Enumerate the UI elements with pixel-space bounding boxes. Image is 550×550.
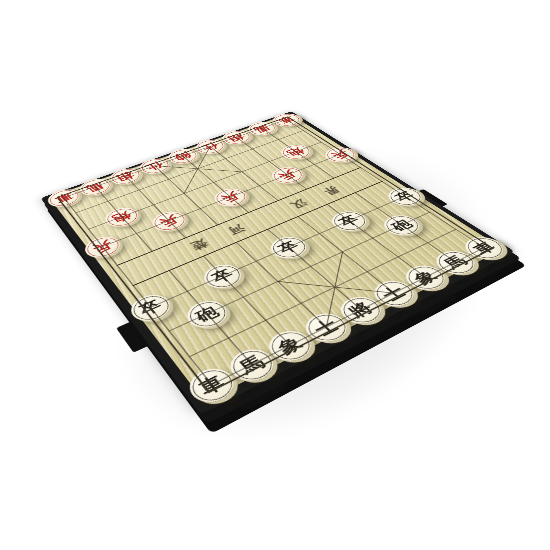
board-3d-wrapper: 楚河汉界 車馬相仕帥仕相馬車炮炮兵兵兵兵兵卒卒卒卒卒砲砲車馬象士將士象馬車 [89,36,427,406]
product-photo: 楚河汉界 車馬相仕帥仕相馬車炮炮兵兵兵兵兵卒卒卒卒卒砲砲車馬象士將士象馬車 [0,0,550,550]
